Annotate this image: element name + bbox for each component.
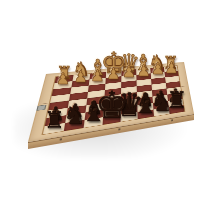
piece-black-rook[interactable]: ♜ <box>44 109 64 132</box>
piece-white-pawn[interactable]: ♟ <box>165 61 179 77</box>
chess-set-photo: ♜♞♝♛♚♝♞♜♟♟♟♟♟♟♟♟♟♟♟♟♟♟♟♟♜♞♝♛♚♝♞♜ <box>0 0 200 200</box>
pieces-layer: ♜♞♝♛♚♝♞♜♟♟♟♟♟♟♟♟♟♟♟♟♟♟♟♟♜♞♝♛♚♝♞♜ <box>0 0 200 200</box>
piece-white-pawn[interactable]: ♟ <box>151 62 165 78</box>
piece-white-pawn[interactable]: ♟ <box>56 72 70 88</box>
piece-white-pawn[interactable]: ♟ <box>137 63 151 79</box>
piece-black-knight[interactable]: ♞ <box>63 104 86 129</box>
piece-white-pawn[interactable]: ♟ <box>74 70 88 86</box>
piece-white-pawn[interactable]: ♟ <box>90 68 104 84</box>
piece-white-pawn[interactable]: ♟ <box>122 65 136 81</box>
piece-white-pawn[interactable]: ♟ <box>107 67 121 83</box>
